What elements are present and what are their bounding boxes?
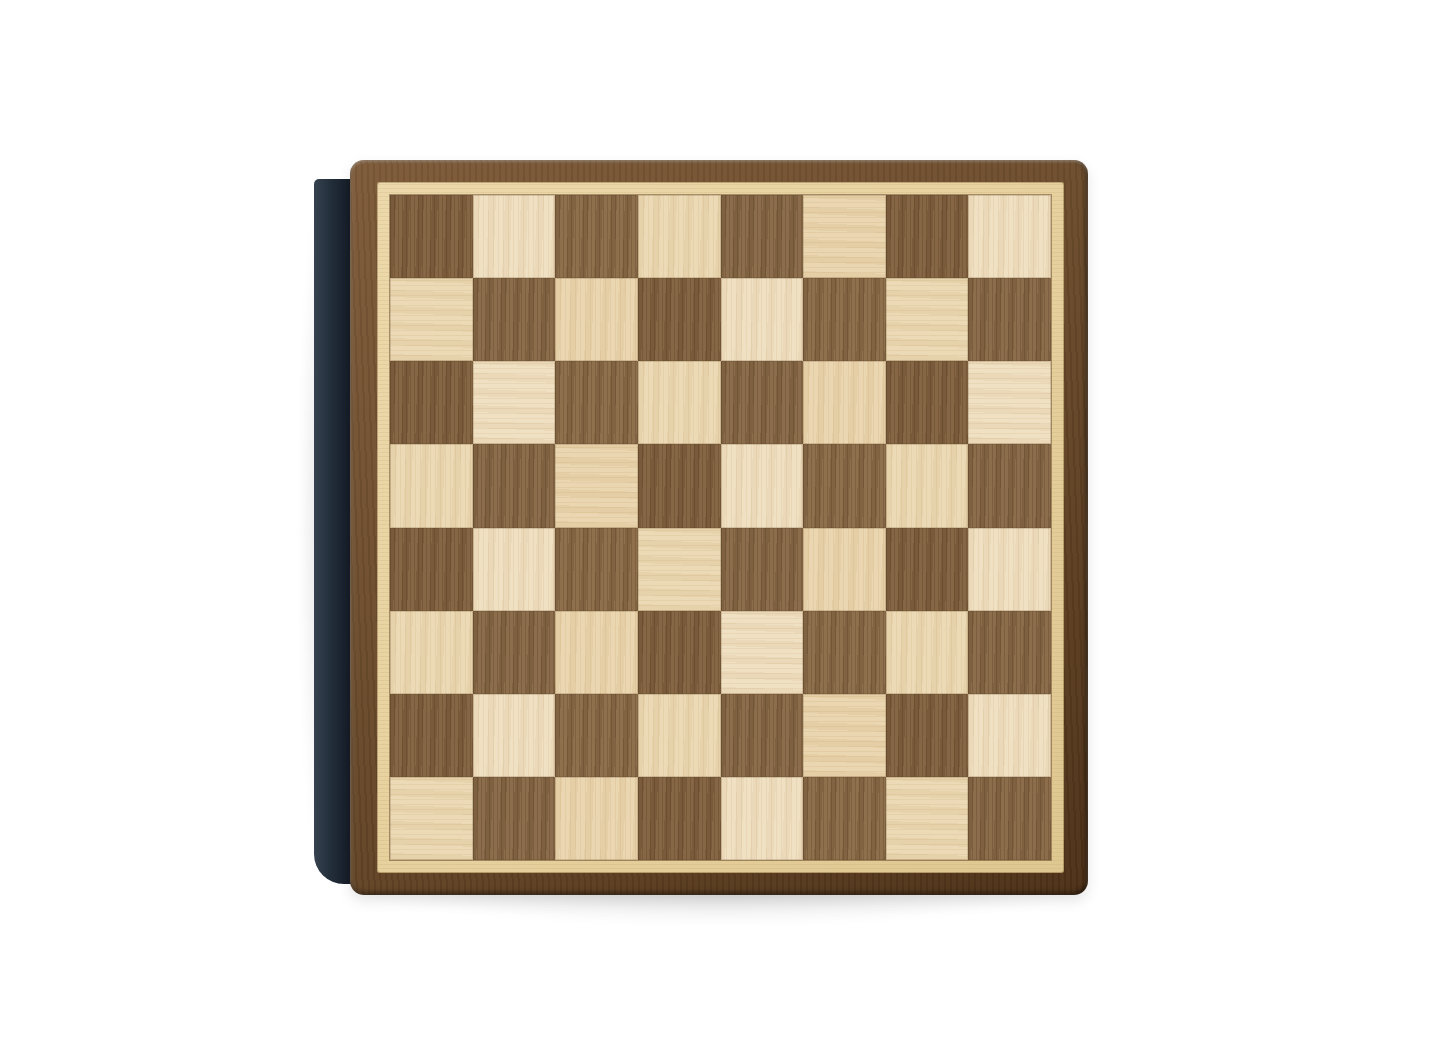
square-r4c0-dark: [390, 528, 473, 611]
square-r7c1-dark: [473, 777, 556, 860]
square-r6c2-dark: [555, 694, 638, 777]
square-r3c5-dark: [803, 444, 886, 527]
square-r3c7-dark: [968, 444, 1051, 527]
square-r6c0-dark: [390, 694, 473, 777]
square-r1c7-dark: [968, 278, 1051, 361]
square-r3c2-light: [555, 444, 638, 527]
square-r2c4-dark: [721, 361, 804, 444]
square-r0c2-dark: [555, 195, 638, 278]
square-r0c5-light: [803, 195, 886, 278]
square-r5c4-light: [721, 611, 804, 694]
chess-board: [390, 195, 1051, 860]
square-r2c0-dark: [390, 361, 473, 444]
square-r4c3-light: [638, 528, 721, 611]
square-r0c1-light: [473, 195, 556, 278]
square-r4c5-light: [803, 528, 886, 611]
square-r6c4-dark: [721, 694, 804, 777]
square-r1c4-light: [721, 278, 804, 361]
square-r2c3-light: [638, 361, 721, 444]
square-r7c2-light: [555, 777, 638, 860]
square-r4c2-dark: [555, 528, 638, 611]
square-r0c6-dark: [886, 195, 969, 278]
square-r2c7-light: [968, 361, 1051, 444]
square-r3c4-light: [721, 444, 804, 527]
square-r7c4-light: [721, 777, 804, 860]
square-r4c7-light: [968, 528, 1051, 611]
square-r2c6-dark: [886, 361, 969, 444]
square-r5c6-light: [886, 611, 969, 694]
square-r7c5-dark: [803, 777, 886, 860]
chess-board-frame: [350, 160, 1088, 895]
square-r1c2-light: [555, 278, 638, 361]
square-r4c1-light: [473, 528, 556, 611]
square-r6c5-light: [803, 694, 886, 777]
square-r4c4-dark: [721, 528, 804, 611]
square-r7c6-light: [886, 777, 969, 860]
square-r6c1-light: [473, 694, 556, 777]
product-photo: [0, 0, 1445, 1056]
square-r3c6-light: [886, 444, 969, 527]
square-r2c1-light: [473, 361, 556, 444]
square-r1c0-light: [390, 278, 473, 361]
square-r0c3-light: [638, 195, 721, 278]
square-r7c0-light: [390, 777, 473, 860]
square-r1c6-light: [886, 278, 969, 361]
square-r5c3-dark: [638, 611, 721, 694]
square-r6c3-light: [638, 694, 721, 777]
square-r7c3-dark: [638, 777, 721, 860]
square-r1c1-dark: [473, 278, 556, 361]
square-r0c0-dark: [390, 195, 473, 278]
square-r1c5-dark: [803, 278, 886, 361]
square-r2c2-dark: [555, 361, 638, 444]
square-r0c7-light: [968, 195, 1051, 278]
square-r4c6-dark: [886, 528, 969, 611]
square-r6c7-light: [968, 694, 1051, 777]
board-inner-border: [377, 182, 1064, 873]
square-r3c0-light: [390, 444, 473, 527]
square-r7c7-dark: [968, 777, 1051, 860]
square-r2c5-light: [803, 361, 886, 444]
square-r0c4-dark: [721, 195, 804, 278]
square-r5c7-dark: [968, 611, 1051, 694]
square-r5c1-dark: [473, 611, 556, 694]
square-r5c5-dark: [803, 611, 886, 694]
square-r1c3-dark: [638, 278, 721, 361]
square-r3c3-dark: [638, 444, 721, 527]
square-r6c6-dark: [886, 694, 969, 777]
square-r5c0-light: [390, 611, 473, 694]
square-r5c2-light: [555, 611, 638, 694]
square-r3c1-dark: [473, 444, 556, 527]
